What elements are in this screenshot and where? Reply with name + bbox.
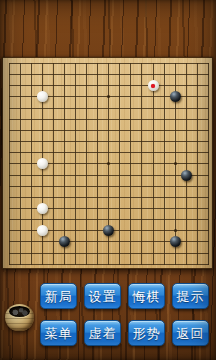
- back-button[interactable]: 返回: [172, 320, 209, 346]
- grid-line: [9, 253, 209, 254]
- grid-line: [9, 186, 209, 187]
- grid-line: [130, 63, 131, 265]
- grid-line: [208, 63, 209, 265]
- white-stone: [37, 203, 48, 214]
- grid-line: [9, 264, 209, 265]
- star-point: [107, 162, 110, 165]
- last-move-marker: [151, 84, 156, 89]
- black-stone: [170, 236, 181, 247]
- go-board[interactable]: [2, 57, 213, 269]
- grid-line: [9, 175, 209, 176]
- settings-button[interactable]: 设置: [84, 283, 121, 309]
- grid-line: [186, 63, 187, 265]
- hint-button[interactable]: 提示: [172, 283, 209, 309]
- grid-line: [119, 63, 120, 265]
- black-stone: [59, 236, 70, 247]
- grid-line: [153, 63, 154, 265]
- pass-button[interactable]: 虚着: [84, 320, 121, 346]
- undo-button[interactable]: 悔棋: [128, 283, 165, 309]
- black-stone: [103, 225, 114, 236]
- white-stone: [37, 158, 48, 169]
- black-stone: [181, 170, 192, 181]
- new-game-button[interactable]: 新局: [40, 283, 77, 309]
- control-button-grid: 新局 设置 悔棋 提示 菜单 虚着 形势 返回: [40, 283, 209, 346]
- white-stone: [37, 91, 48, 102]
- grid-line: [141, 63, 142, 265]
- white-stone: [148, 80, 159, 91]
- stone-bowl: [5, 304, 34, 331]
- menu-button[interactable]: 菜单: [40, 320, 77, 346]
- analysis-button[interactable]: 形势: [128, 320, 165, 346]
- star-point: [174, 162, 177, 165]
- app-screen: 新局 设置 悔棋 提示 菜单 虚着 形势 返回: [0, 0, 216, 360]
- black-stone: [170, 91, 181, 102]
- white-stone: [37, 225, 48, 236]
- stone-bowl-opening: [9, 306, 30, 317]
- grid-line: [9, 197, 209, 198]
- grid-line: [164, 63, 165, 265]
- grid-line: [197, 63, 198, 265]
- grid-line: [9, 219, 209, 220]
- star-point: [174, 229, 177, 232]
